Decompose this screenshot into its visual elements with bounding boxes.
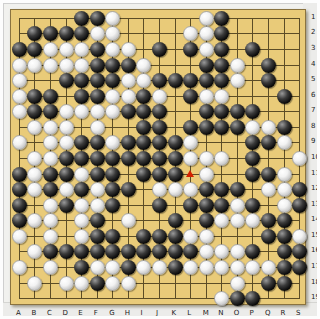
black-stone xyxy=(43,167,58,182)
black-stone xyxy=(168,213,183,228)
black-stone xyxy=(43,182,58,197)
black-stone xyxy=(59,244,74,259)
column-label: M xyxy=(203,310,209,317)
black-stone xyxy=(136,244,151,259)
row-label: 15 xyxy=(311,232,320,239)
black-stone xyxy=(105,73,120,88)
row-label: 5 xyxy=(311,76,315,83)
black-stone xyxy=(74,182,89,197)
black-stone xyxy=(152,151,167,166)
column-label: A xyxy=(16,310,21,317)
black-stone xyxy=(214,42,229,57)
white-stone xyxy=(74,198,89,213)
row-label: 9 xyxy=(311,138,315,145)
white-stone xyxy=(199,26,214,41)
black-stone xyxy=(245,42,260,57)
black-stone xyxy=(230,120,245,135)
white-stone xyxy=(136,58,151,73)
white-stone xyxy=(214,89,229,104)
white-stone xyxy=(230,276,245,291)
black-stone xyxy=(136,104,151,119)
black-stone xyxy=(105,151,120,166)
white-stone xyxy=(27,182,42,197)
black-stone xyxy=(136,89,151,104)
black-stone xyxy=(245,198,260,213)
black-stone xyxy=(27,104,42,119)
black-stone xyxy=(43,104,58,119)
white-stone xyxy=(59,42,74,57)
black-stone xyxy=(277,276,292,291)
black-stone xyxy=(199,104,214,119)
black-stone xyxy=(74,26,89,41)
black-stone xyxy=(90,58,105,73)
black-stone xyxy=(245,151,260,166)
black-stone xyxy=(183,120,198,135)
black-stone xyxy=(105,167,120,182)
black-stone xyxy=(121,260,136,275)
black-stone xyxy=(90,229,105,244)
white-stone xyxy=(27,244,42,259)
black-stone xyxy=(199,198,214,213)
black-stone xyxy=(214,182,229,197)
white-stone xyxy=(121,73,136,88)
white-stone xyxy=(105,276,120,291)
black-stone xyxy=(230,291,245,306)
white-stone xyxy=(183,151,198,166)
white-stone xyxy=(59,276,74,291)
black-stone xyxy=(152,104,167,119)
go-board[interactable] xyxy=(10,9,306,305)
black-stone xyxy=(12,198,27,213)
black-stone xyxy=(292,198,307,213)
column-label: F xyxy=(94,310,98,317)
white-stone xyxy=(90,198,105,213)
white-stone xyxy=(183,182,198,197)
white-stone xyxy=(90,104,105,119)
row-label: 8 xyxy=(311,123,315,130)
column-label: S xyxy=(296,310,300,317)
black-stone xyxy=(105,198,120,213)
black-stone xyxy=(214,11,229,26)
black-stone xyxy=(183,244,198,259)
white-stone xyxy=(12,135,27,150)
black-stone xyxy=(90,135,105,150)
row-label: 17 xyxy=(311,263,320,270)
black-stone xyxy=(59,151,74,166)
black-stone xyxy=(12,213,27,228)
black-stone xyxy=(168,135,183,150)
white-stone xyxy=(43,198,58,213)
white-stone xyxy=(105,42,120,57)
row-label: 10 xyxy=(311,154,320,161)
white-stone xyxy=(27,213,42,228)
column-label: H xyxy=(125,310,130,317)
white-stone xyxy=(214,260,229,275)
white-stone xyxy=(230,58,245,73)
white-stone xyxy=(261,120,276,135)
black-stone xyxy=(27,26,42,41)
black-stone xyxy=(214,120,229,135)
white-stone xyxy=(74,42,89,57)
white-stone xyxy=(199,260,214,275)
white-stone xyxy=(90,120,105,135)
white-stone xyxy=(121,89,136,104)
white-stone xyxy=(59,58,74,73)
black-stone xyxy=(168,167,183,182)
white-stone xyxy=(74,213,89,228)
white-stone xyxy=(59,182,74,197)
black-stone xyxy=(183,198,198,213)
black-stone xyxy=(90,151,105,166)
row-label: 2 xyxy=(311,29,315,36)
black-stone xyxy=(59,26,74,41)
black-stone xyxy=(74,151,89,166)
black-stone xyxy=(136,167,151,182)
white-stone xyxy=(152,89,167,104)
white-stone xyxy=(43,135,58,150)
row-label: 3 xyxy=(311,45,315,52)
white-stone xyxy=(199,42,214,57)
row-label: 16 xyxy=(311,247,320,254)
black-stone xyxy=(12,167,27,182)
white-stone xyxy=(152,260,167,275)
black-stone xyxy=(277,89,292,104)
white-stone xyxy=(74,104,89,119)
black-stone xyxy=(292,260,307,275)
black-stone xyxy=(90,213,105,228)
white-stone xyxy=(12,260,27,275)
black-stone xyxy=(245,104,260,119)
black-stone xyxy=(261,276,276,291)
black-stone xyxy=(121,151,136,166)
row-label: 18 xyxy=(311,279,320,286)
white-stone xyxy=(27,167,42,182)
black-stone xyxy=(136,135,151,150)
black-stone xyxy=(277,229,292,244)
white-stone xyxy=(43,229,58,244)
white-stone xyxy=(183,229,198,244)
white-stone xyxy=(261,260,276,275)
black-stone xyxy=(90,89,105,104)
black-stone xyxy=(90,276,105,291)
white-stone xyxy=(105,135,120,150)
row-label: 12 xyxy=(311,185,320,192)
screenshot-frame: 12345678910111213141516171819 ABCDEFGHIJ… xyxy=(0,0,320,319)
black-stone xyxy=(90,244,105,259)
black-stone xyxy=(12,42,27,57)
white-stone xyxy=(43,58,58,73)
column-label: K xyxy=(172,310,177,317)
black-stone xyxy=(43,244,58,259)
white-stone xyxy=(105,104,120,119)
white-stone xyxy=(43,120,58,135)
white-stone xyxy=(230,73,245,88)
white-stone xyxy=(214,291,229,306)
black-stone xyxy=(261,58,276,73)
white-stone xyxy=(136,73,151,88)
white-stone xyxy=(199,89,214,104)
black-stone xyxy=(168,244,183,259)
black-stone xyxy=(152,42,167,57)
white-stone xyxy=(245,213,260,228)
white-stone xyxy=(152,182,167,197)
black-stone xyxy=(43,89,58,104)
black-stone xyxy=(152,73,167,88)
white-stone xyxy=(12,58,27,73)
white-stone xyxy=(59,104,74,119)
black-stone xyxy=(168,260,183,275)
black-stone xyxy=(152,229,167,244)
black-stone xyxy=(152,167,167,182)
black-stone xyxy=(245,244,260,259)
column-label: G xyxy=(109,310,114,317)
black-stone xyxy=(183,42,198,57)
black-stone xyxy=(168,229,183,244)
white-stone xyxy=(74,229,89,244)
black-stone xyxy=(59,73,74,88)
white-stone xyxy=(292,151,307,166)
black-stone xyxy=(121,182,136,197)
white-stone xyxy=(27,276,42,291)
black-stone xyxy=(183,89,198,104)
white-stone xyxy=(43,151,58,166)
last-move-triangle-marker xyxy=(186,170,194,177)
black-stone xyxy=(152,244,167,259)
white-stone xyxy=(261,182,276,197)
white-stone xyxy=(199,11,214,26)
white-stone xyxy=(12,89,27,104)
white-stone xyxy=(43,260,58,275)
white-stone xyxy=(168,182,183,197)
black-stone xyxy=(136,151,151,166)
black-stone xyxy=(136,229,151,244)
white-stone xyxy=(183,135,198,150)
black-stone xyxy=(121,58,136,73)
black-stone xyxy=(168,151,183,166)
black-stone xyxy=(152,120,167,135)
black-stone xyxy=(292,244,307,259)
column-label: N xyxy=(218,310,223,317)
black-stone xyxy=(199,213,214,228)
white-stone xyxy=(27,58,42,73)
row-label: 13 xyxy=(311,201,320,208)
black-stone xyxy=(230,104,245,119)
white-stone xyxy=(12,73,27,88)
black-stone xyxy=(74,244,89,259)
black-stone xyxy=(183,73,198,88)
black-stone xyxy=(27,89,42,104)
white-stone xyxy=(90,26,105,41)
row-label: 1 xyxy=(311,14,315,21)
black-stone xyxy=(74,135,89,150)
column-label: J xyxy=(156,310,158,317)
black-stone xyxy=(121,104,136,119)
black-stone xyxy=(277,213,292,228)
white-stone xyxy=(90,260,105,275)
black-stone xyxy=(12,182,27,197)
white-stone xyxy=(27,151,42,166)
white-stone xyxy=(27,120,42,135)
black-stone xyxy=(199,73,214,88)
black-stone xyxy=(261,229,276,244)
black-stone xyxy=(168,73,183,88)
column-label: Q xyxy=(265,310,271,317)
black-stone xyxy=(59,198,74,213)
white-stone xyxy=(59,135,74,150)
column-label: L xyxy=(187,310,191,317)
black-stone xyxy=(43,26,58,41)
black-stone xyxy=(214,104,229,119)
black-stone xyxy=(74,11,89,26)
black-stone xyxy=(199,120,214,135)
black-stone xyxy=(152,198,167,213)
black-stone xyxy=(90,73,105,88)
column-label: R xyxy=(281,310,286,317)
black-stone xyxy=(214,58,229,73)
white-stone xyxy=(277,198,292,213)
row-label: 11 xyxy=(311,170,320,177)
black-stone xyxy=(105,229,120,244)
white-stone xyxy=(105,260,120,275)
row-label: 6 xyxy=(311,92,315,99)
black-stone xyxy=(136,120,151,135)
black-stone xyxy=(59,167,74,182)
white-stone xyxy=(277,135,292,150)
black-stone xyxy=(277,244,292,259)
white-stone xyxy=(230,260,245,275)
white-stone xyxy=(277,167,292,182)
column-label: D xyxy=(63,310,68,317)
white-stone xyxy=(199,151,214,166)
white-stone xyxy=(230,198,245,213)
white-stone xyxy=(74,58,89,73)
white-stone xyxy=(292,229,307,244)
black-stone xyxy=(214,26,229,41)
column-label: E xyxy=(78,310,82,317)
white-stone xyxy=(43,213,58,228)
row-label: 4 xyxy=(311,61,315,68)
white-stone xyxy=(12,104,27,119)
black-stone xyxy=(105,244,120,259)
white-stone xyxy=(59,120,74,135)
column-label: B xyxy=(31,310,36,317)
white-stone xyxy=(105,89,120,104)
black-stone xyxy=(261,73,276,88)
black-stone xyxy=(199,182,214,197)
black-stone xyxy=(121,135,136,150)
black-stone xyxy=(74,89,89,104)
white-stone xyxy=(90,182,105,197)
black-stone xyxy=(292,182,307,197)
white-stone xyxy=(199,244,214,259)
row-label: 19 xyxy=(311,294,320,301)
white-stone xyxy=(245,120,260,135)
white-stone xyxy=(121,276,136,291)
white-stone xyxy=(74,276,89,291)
white-stone xyxy=(183,26,198,41)
white-stone xyxy=(230,244,245,259)
white-stone xyxy=(183,260,198,275)
black-stone xyxy=(277,260,292,275)
black-stone xyxy=(105,58,120,73)
white-stone xyxy=(121,213,136,228)
black-stone xyxy=(245,291,260,306)
white-stone xyxy=(136,260,151,275)
column-label: O xyxy=(234,310,240,317)
row-label: 7 xyxy=(311,107,315,114)
white-stone xyxy=(43,42,58,57)
black-stone xyxy=(261,167,276,182)
row-label: 14 xyxy=(311,216,320,223)
black-stone xyxy=(245,135,260,150)
black-stone xyxy=(121,244,136,259)
white-stone xyxy=(121,42,136,57)
white-stone xyxy=(245,260,260,275)
black-stone xyxy=(277,120,292,135)
black-stone xyxy=(90,167,105,182)
white-stone xyxy=(230,213,245,228)
white-stone xyxy=(105,26,120,41)
black-stone xyxy=(214,73,229,88)
black-stone xyxy=(105,182,120,197)
column-label: C xyxy=(47,310,52,317)
white-stone xyxy=(199,167,214,182)
black-stone xyxy=(74,260,89,275)
black-stone xyxy=(261,135,276,150)
black-stone xyxy=(27,42,42,57)
black-stone xyxy=(90,11,105,26)
white-stone xyxy=(12,229,27,244)
black-stone xyxy=(152,135,167,150)
white-stone xyxy=(74,167,89,182)
white-stone xyxy=(277,182,292,197)
white-stone xyxy=(214,213,229,228)
column-label: P xyxy=(249,310,253,317)
black-stone xyxy=(230,182,245,197)
white-stone xyxy=(214,151,229,166)
black-stone xyxy=(261,213,276,228)
white-stone xyxy=(105,11,120,26)
white-stone xyxy=(199,229,214,244)
black-stone xyxy=(74,73,89,88)
black-stone xyxy=(199,58,214,73)
white-stone xyxy=(214,244,229,259)
black-stone xyxy=(214,198,229,213)
column-label: I xyxy=(140,310,142,317)
black-stone xyxy=(90,42,105,57)
black-stone xyxy=(245,167,260,182)
